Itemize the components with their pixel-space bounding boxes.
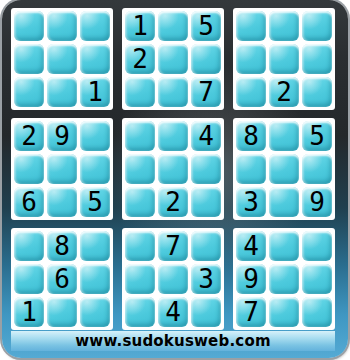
sudoku-cell-r4c5[interactable] (158, 121, 188, 151)
sudoku-cell-r6c2[interactable] (47, 187, 77, 217)
sudoku-cell-r9c5[interactable]: 4 (158, 297, 188, 327)
sudoku-page: 1152722965428539861734497 www.sudokusweb… (0, 0, 350, 360)
sudoku-cell-r6c7[interactable]: 3 (236, 187, 266, 217)
sudoku-cell-r7c2[interactable]: 8 (47, 231, 77, 261)
sudoku-cell-r1c4[interactable]: 1 (125, 11, 155, 41)
sudoku-box-7: 861 (11, 228, 113, 330)
sudoku-cell-r9c4[interactable] (125, 297, 155, 327)
sudoku-cell-r3c3[interactable]: 1 (80, 77, 110, 107)
sudoku-cell-r2c1[interactable] (14, 44, 44, 74)
sudoku-cell-r4c3[interactable] (80, 121, 110, 151)
sudoku-cell-r7c6[interactable] (191, 231, 221, 261)
sudoku-cell-r5c1[interactable] (14, 154, 44, 184)
sudoku-cell-r5c6[interactable] (191, 154, 221, 184)
sudoku-cell-r2c6[interactable] (191, 44, 221, 74)
sudoku-cell-r7c8[interactable] (269, 231, 299, 261)
sudoku-cell-r8c3[interactable] (80, 264, 110, 294)
sudoku-cell-r1c5[interactable] (158, 11, 188, 41)
sudoku-cell-r8c1[interactable] (14, 264, 44, 294)
sudoku-cell-r1c7[interactable] (236, 11, 266, 41)
sudoku-box-8: 734 (122, 228, 224, 330)
sudoku-cell-r3c7[interactable] (236, 77, 266, 107)
sudoku-cell-r3c4[interactable] (125, 77, 155, 107)
sudoku-cell-r6c5[interactable]: 2 (158, 187, 188, 217)
sudoku-cell-r4c9[interactable]: 5 (302, 121, 332, 151)
sudoku-cell-r2c5[interactable] (158, 44, 188, 74)
site-url-label: www.sudokusweb.com (75, 332, 270, 350)
sudoku-cell-r8c4[interactable] (125, 264, 155, 294)
sudoku-cell-r2c9[interactable] (302, 44, 332, 74)
sudoku-cell-r9c6[interactable] (191, 297, 221, 327)
sudoku-cell-r6c1[interactable]: 6 (14, 187, 44, 217)
sudoku-cell-r3c1[interactable] (14, 77, 44, 107)
sudoku-cell-r5c5[interactable] (158, 154, 188, 184)
sudoku-cell-r5c9[interactable] (302, 154, 332, 184)
sudoku-cell-r1c2[interactable] (47, 11, 77, 41)
sudoku-box-3: 2 (233, 8, 335, 110)
sudoku-cell-r2c7[interactable] (236, 44, 266, 74)
sudoku-cell-r7c1[interactable] (14, 231, 44, 261)
sudoku-cell-r9c2[interactable] (47, 297, 77, 327)
sudoku-cell-r7c5[interactable]: 7 (158, 231, 188, 261)
sudoku-cell-r5c8[interactable] (269, 154, 299, 184)
sudoku-cell-r5c3[interactable] (80, 154, 110, 184)
sudoku-cell-r9c1[interactable]: 1 (14, 297, 44, 327)
sudoku-box-6: 8539 (233, 118, 335, 220)
sudoku-cell-r8c2[interactable]: 6 (47, 264, 77, 294)
sudoku-box-9: 497 (233, 228, 335, 330)
sudoku-cell-r3c6[interactable]: 7 (191, 77, 221, 107)
sudoku-cell-r7c7[interactable]: 4 (236, 231, 266, 261)
sudoku-cell-r2c4[interactable]: 2 (125, 44, 155, 74)
sudoku-cell-r1c1[interactable] (14, 11, 44, 41)
sudoku-box-5: 42 (122, 118, 224, 220)
sudoku-cell-r7c3[interactable] (80, 231, 110, 261)
sudoku-cell-r8c8[interactable] (269, 264, 299, 294)
sudoku-box-1: 1 (11, 8, 113, 110)
sudoku-cell-r6c4[interactable] (125, 187, 155, 217)
sudoku-cell-r5c2[interactable] (47, 154, 77, 184)
sudoku-cell-r8c7[interactable]: 9 (236, 264, 266, 294)
sudoku-cell-r8c6[interactable]: 3 (191, 264, 221, 294)
sudoku-cell-r4c6[interactable]: 4 (191, 121, 221, 151)
sudoku-cell-r3c5[interactable] (158, 77, 188, 107)
sudoku-cell-r9c3[interactable] (80, 297, 110, 327)
sudoku-cell-r3c2[interactable] (47, 77, 77, 107)
sudoku-cell-r2c3[interactable] (80, 44, 110, 74)
sudoku-cell-r4c4[interactable] (125, 121, 155, 151)
sudoku-cell-r6c6[interactable] (191, 187, 221, 217)
sudoku-cell-r4c1[interactable]: 2 (14, 121, 44, 151)
sudoku-cell-r9c8[interactable] (269, 297, 299, 327)
sudoku-cell-r3c9[interactable] (302, 77, 332, 107)
sudoku-box-4: 2965 (11, 118, 113, 220)
sudoku-cell-r9c9[interactable] (302, 297, 332, 327)
sudoku-cell-r7c4[interactable] (125, 231, 155, 261)
sudoku-cell-r9c7[interactable]: 7 (236, 297, 266, 327)
sudoku-cell-r4c8[interactable] (269, 121, 299, 151)
sudoku-cell-r2c2[interactable] (47, 44, 77, 74)
sudoku-cell-r1c3[interactable] (80, 11, 110, 41)
sudoku-cell-r1c6[interactable]: 5 (191, 11, 221, 41)
sudoku-cell-r8c5[interactable] (158, 264, 188, 294)
sudoku-cell-r2c8[interactable] (269, 44, 299, 74)
sudoku-grid: 1152722965428539861734497 (11, 8, 335, 330)
sudoku-cell-r1c8[interactable] (269, 11, 299, 41)
sudoku-cell-r1c9[interactable] (302, 11, 332, 41)
sudoku-cell-r4c2[interactable]: 9 (47, 121, 77, 151)
sudoku-cell-r3c8[interactable]: 2 (269, 77, 299, 107)
board-frame: 1152722965428539861734497 www.sudokusweb… (2, 0, 348, 358)
sudoku-cell-r5c4[interactable] (125, 154, 155, 184)
footer-bar: www.sudokusweb.com (11, 331, 335, 351)
sudoku-cell-r6c9[interactable]: 9 (302, 187, 332, 217)
sudoku-cell-r8c9[interactable] (302, 264, 332, 294)
sudoku-box-2: 1527 (122, 8, 224, 110)
sudoku-cell-r6c8[interactable] (269, 187, 299, 217)
sudoku-cell-r7c9[interactable] (302, 231, 332, 261)
sudoku-cell-r6c3[interactable]: 5 (80, 187, 110, 217)
sudoku-cell-r4c7[interactable]: 8 (236, 121, 266, 151)
sudoku-cell-r5c7[interactable] (236, 154, 266, 184)
